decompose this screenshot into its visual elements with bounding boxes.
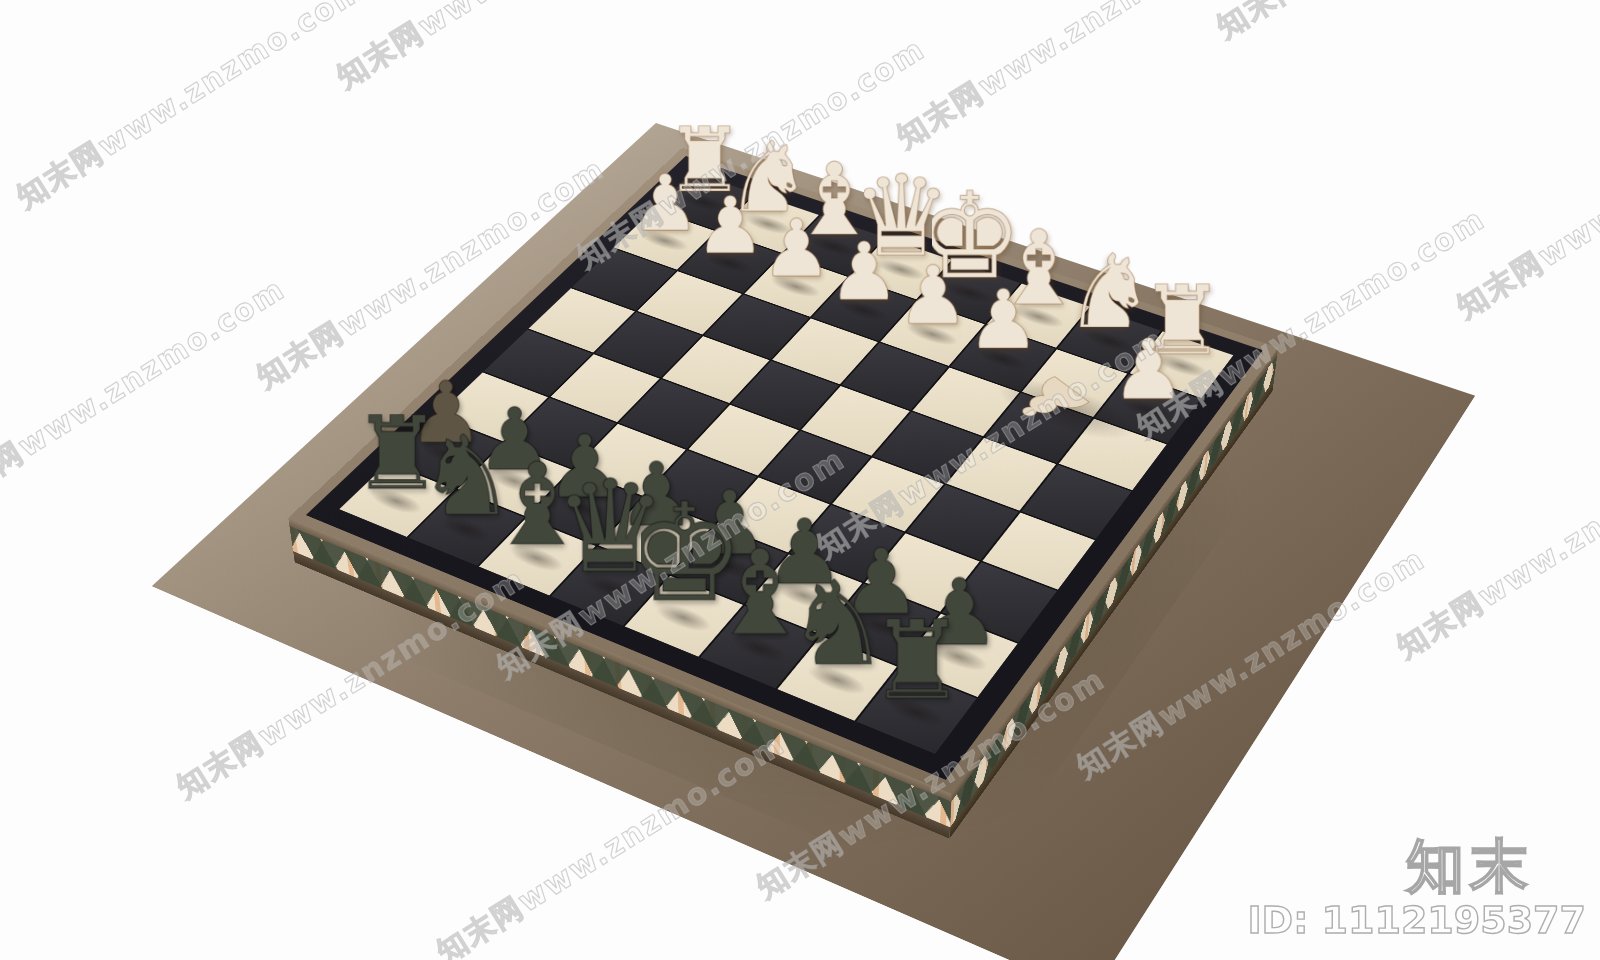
chess-board-3d: ♜♞♝♛♚♝♞♜♟♟♟♟♟♟♟♟♟♟♟♟♟♟♟♟♜♞♝♛♚♝♞♜ [288, 148, 1278, 794]
white-pawn-b2[interactable]: ♟ [693, 99, 768, 262]
pawn-glyph: ♟ [695, 190, 765, 262]
white-pawn-a2[interactable]: ♟ [628, 77, 702, 239]
pawn-glyph: ♟ [828, 235, 900, 309]
rook-glyph: ♜ [868, 610, 966, 710]
white-pawn-h2[interactable]: ♟ [1109, 235, 1188, 409]
pawn-glyph: ♟ [897, 259, 969, 333]
white-pawn-d2[interactable]: ♟ [826, 142, 902, 309]
pawn-glyph: ♟ [967, 283, 1040, 358]
perspective-scene: ♜♞♝♛♚♝♞♜♟♟♟♟♟♟♟♟♟♟♟♟♟♟♟♟♜♞♝♛♚♝♞♜ [0, 0, 1600, 960]
black-rook-h8[interactable]: ♜ [873, 516, 962, 711]
white-pawn-c2[interactable]: ♟ [759, 120, 834, 285]
pawn-glyph: ♟ [630, 168, 700, 239]
screenshot-stage: ♜♞♝♛♚♝♞♜♟♟♟♟♟♟♟♟♟♟♟♟♟♟♟♟♜♞♝♛♚♝♞♜ 知末 ID: … [0, 0, 1600, 960]
white-pawn-e2[interactable]: ♟ [895, 165, 972, 333]
pawn-glyph: ♟ [761, 212, 832, 285]
white-pawn-f2[interactable]: ♟ [965, 188, 1043, 358]
pawn-glyph: ♟ [1111, 332, 1186, 409]
